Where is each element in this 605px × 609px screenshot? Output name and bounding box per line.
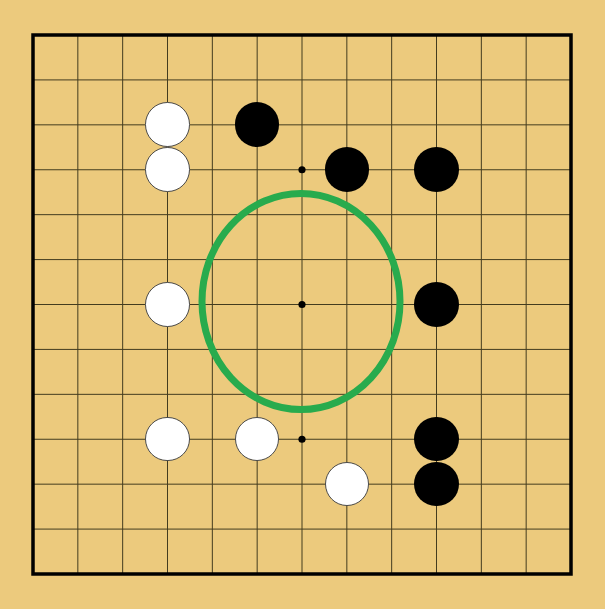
stone-black-K3 bbox=[414, 462, 459, 507]
stone-white-D4 bbox=[145, 417, 190, 462]
go-board[interactable] bbox=[11, 13, 594, 597]
stone-black-K4 bbox=[414, 417, 459, 462]
stone-black-K7 bbox=[414, 282, 459, 327]
stone-white-D7 bbox=[145, 282, 190, 327]
stone-white-D11 bbox=[145, 102, 190, 147]
stone-white-H3 bbox=[325, 462, 370, 507]
stone-white-F4 bbox=[235, 417, 280, 462]
stone-black-H10 bbox=[325, 147, 370, 192]
stone-black-K10 bbox=[414, 147, 459, 192]
stone-black-F11 bbox=[235, 102, 280, 147]
go-board-canvas bbox=[0, 0, 605, 609]
stone-white-D10 bbox=[145, 147, 190, 192]
